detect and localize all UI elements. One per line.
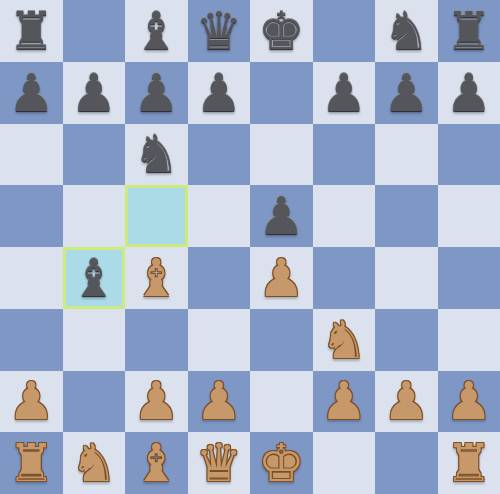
piece-white-knight[interactable]: ♞ [320, 314, 367, 366]
square-g3[interactable] [375, 309, 438, 371]
piece-white-pawn[interactable]: ♟ [258, 252, 305, 304]
square-f2[interactable]: ♟ [313, 371, 376, 433]
piece-white-knight[interactable]: ♞ [70, 437, 117, 489]
piece-black-pawn[interactable]: ♟ [195, 67, 242, 119]
piece-black-pawn[interactable]: ♟ [445, 67, 492, 119]
piece-black-pawn[interactable]: ♟ [258, 190, 305, 242]
square-e5[interactable]: ♟ [250, 185, 313, 247]
square-e6[interactable] [250, 124, 313, 186]
piece-black-pawn[interactable]: ♟ [8, 67, 55, 119]
square-b5[interactable] [63, 185, 126, 247]
square-f1[interactable] [313, 432, 376, 494]
square-c2[interactable]: ♟ [125, 371, 188, 433]
piece-white-king[interactable]: ♚ [258, 437, 305, 489]
square-c8[interactable]: ♝ [125, 0, 188, 62]
square-a2[interactable]: ♟ [0, 371, 63, 433]
square-e7[interactable] [250, 62, 313, 124]
square-g1[interactable] [375, 432, 438, 494]
square-g8[interactable]: ♞ [375, 0, 438, 62]
square-b6[interactable] [63, 124, 126, 186]
square-f4[interactable] [313, 247, 376, 309]
piece-white-rook[interactable]: ♜ [445, 437, 492, 489]
square-e8[interactable]: ♚ [250, 0, 313, 62]
piece-black-pawn[interactable]: ♟ [383, 67, 430, 119]
square-f7[interactable]: ♟ [313, 62, 376, 124]
square-e2[interactable] [250, 371, 313, 433]
square-h8[interactable]: ♜ [438, 0, 500, 62]
piece-white-pawn[interactable]: ♟ [320, 375, 367, 427]
piece-black-rook[interactable]: ♜ [8, 5, 55, 57]
square-c6[interactable]: ♞ [125, 124, 188, 186]
square-e1[interactable]: ♚ [250, 432, 313, 494]
square-d3[interactable] [188, 309, 251, 371]
square-h2[interactable]: ♟ [438, 371, 500, 433]
piece-black-pawn[interactable]: ♟ [133, 67, 180, 119]
piece-black-queen[interactable]: ♛ [195, 5, 242, 57]
square-a7[interactable]: ♟ [0, 62, 63, 124]
square-f6[interactable] [313, 124, 376, 186]
square-g5[interactable] [375, 185, 438, 247]
square-b8[interactable] [63, 0, 126, 62]
square-b7[interactable]: ♟ [63, 62, 126, 124]
square-c1[interactable]: ♝ [125, 432, 188, 494]
piece-white-bishop[interactable]: ♝ [133, 252, 180, 304]
chess-board: ♜♝♛♚♞♜♟♟♟♟♟♟♟♞♟♝♝♟♞♟♟♟♟♟♟♜♞♝♛♚♜ [0, 0, 500, 494]
piece-white-pawn[interactable]: ♟ [383, 375, 430, 427]
piece-white-queen[interactable]: ♛ [195, 437, 242, 489]
square-h5[interactable] [438, 185, 500, 247]
square-g4[interactable] [375, 247, 438, 309]
square-d2[interactable]: ♟ [188, 371, 251, 433]
piece-white-rook[interactable]: ♜ [8, 437, 55, 489]
piece-black-rook[interactable]: ♜ [445, 5, 492, 57]
square-a3[interactable] [0, 309, 63, 371]
square-f8[interactable] [313, 0, 376, 62]
square-a1[interactable]: ♜ [0, 432, 63, 494]
piece-black-knight[interactable]: ♞ [383, 5, 430, 57]
square-h3[interactable] [438, 309, 500, 371]
square-a6[interactable] [0, 124, 63, 186]
piece-black-pawn[interactable]: ♟ [70, 67, 117, 119]
square-g6[interactable] [375, 124, 438, 186]
square-d7[interactable]: ♟ [188, 62, 251, 124]
square-h1[interactable]: ♜ [438, 432, 500, 494]
square-d5[interactable] [188, 185, 251, 247]
square-b2[interactable] [63, 371, 126, 433]
square-a8[interactable]: ♜ [0, 0, 63, 62]
square-d4[interactable] [188, 247, 251, 309]
square-b1[interactable]: ♞ [63, 432, 126, 494]
square-e3[interactable] [250, 309, 313, 371]
square-c5[interactable] [125, 185, 188, 247]
square-e4[interactable]: ♟ [250, 247, 313, 309]
piece-white-bishop[interactable]: ♝ [133, 437, 180, 489]
square-c4[interactable]: ♝ [125, 247, 188, 309]
square-c7[interactable]: ♟ [125, 62, 188, 124]
square-h6[interactable] [438, 124, 500, 186]
square-g2[interactable]: ♟ [375, 371, 438, 433]
piece-black-pawn[interactable]: ♟ [320, 67, 367, 119]
piece-black-knight[interactable]: ♞ [133, 128, 180, 180]
piece-black-king[interactable]: ♚ [258, 5, 305, 57]
square-g7[interactable]: ♟ [375, 62, 438, 124]
square-f3[interactable]: ♞ [313, 309, 376, 371]
square-f5[interactable] [313, 185, 376, 247]
square-h4[interactable] [438, 247, 500, 309]
piece-white-pawn[interactable]: ♟ [8, 375, 55, 427]
square-a4[interactable] [0, 247, 63, 309]
square-d8[interactable]: ♛ [188, 0, 251, 62]
piece-white-pawn[interactable]: ♟ [445, 375, 492, 427]
square-d6[interactable] [188, 124, 251, 186]
square-a5[interactable] [0, 185, 63, 247]
square-h7[interactable]: ♟ [438, 62, 500, 124]
square-b4[interactable]: ♝ [63, 247, 126, 309]
square-c3[interactable] [125, 309, 188, 371]
piece-white-pawn[interactable]: ♟ [195, 375, 242, 427]
piece-black-bishop[interactable]: ♝ [133, 5, 180, 57]
square-b3[interactable] [63, 309, 126, 371]
piece-white-pawn[interactable]: ♟ [133, 375, 180, 427]
square-d1[interactable]: ♛ [188, 432, 251, 494]
piece-black-bishop[interactable]: ♝ [70, 252, 117, 304]
